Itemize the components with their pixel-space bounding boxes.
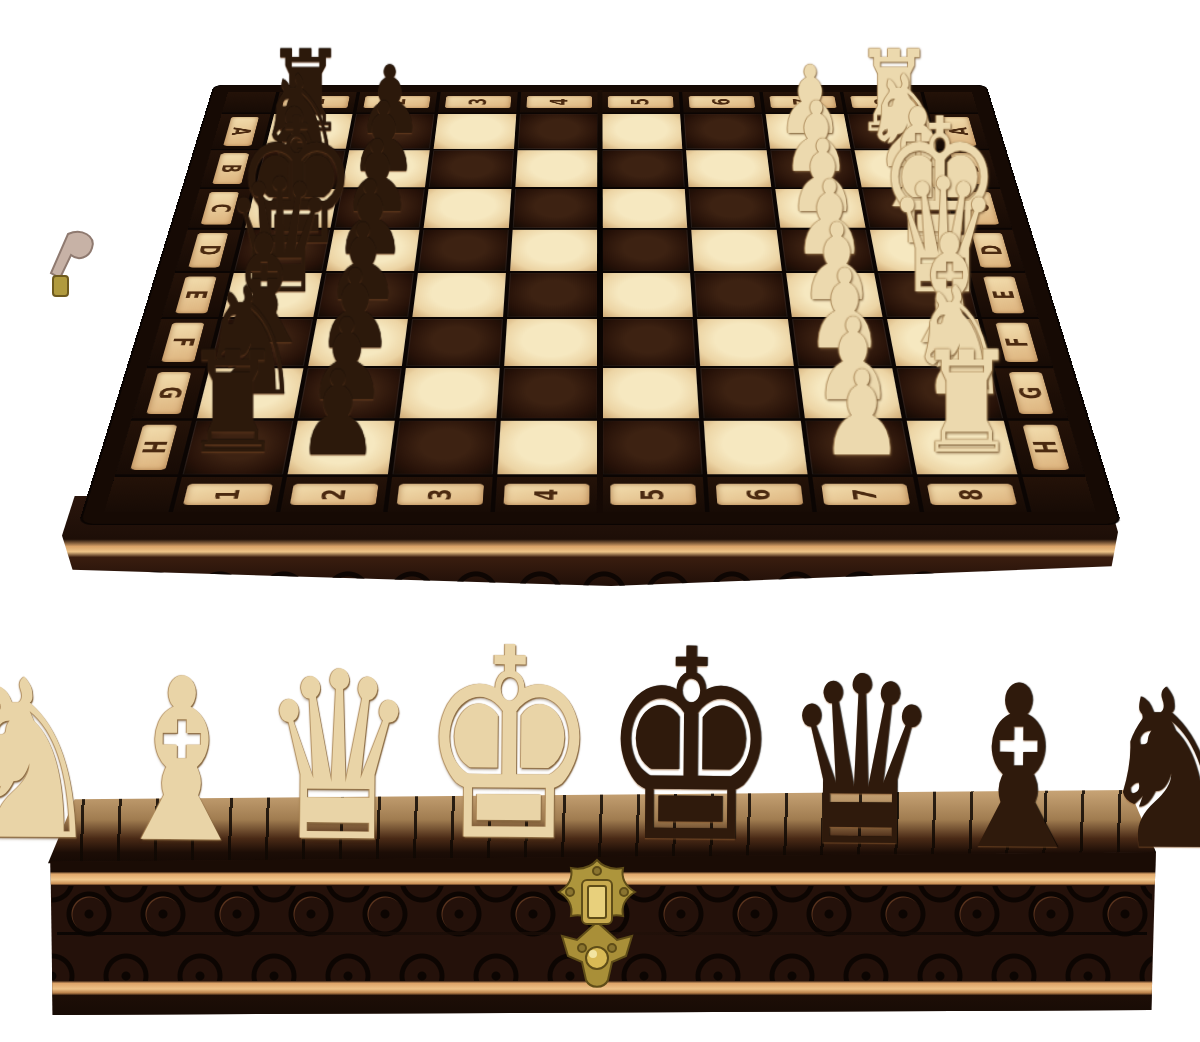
brass-clasp-icon <box>538 858 656 993</box>
rank-label-patch: 4 <box>503 484 589 505</box>
back-rank-label-5: 5 <box>602 92 680 113</box>
piece-dark-rook: ♜ <box>182 333 282 474</box>
lineup-white-knight: ♞ <box>0 661 104 864</box>
square-h2: ♟ <box>287 421 394 475</box>
square-h5 <box>602 421 703 475</box>
rank-label: 5 <box>638 489 668 501</box>
front-rank-label-2: 2 <box>280 477 387 512</box>
square-a6 <box>684 114 767 149</box>
square-a5 <box>602 114 683 149</box>
rank-label: 8 <box>956 489 989 501</box>
lineup-dark-knight: ♞ <box>1095 671 1200 874</box>
rank-label: 3 <box>466 99 490 106</box>
rank-label: 7 <box>850 489 882 501</box>
rank-label-patch: 5 <box>608 96 674 108</box>
piece-white-pawn: ♟ <box>812 356 912 474</box>
file-label: G <box>1015 387 1047 399</box>
rank-label: 6 <box>744 489 775 501</box>
square-e5 <box>602 273 693 317</box>
file-label: H <box>137 441 170 454</box>
square-b6 <box>686 150 771 187</box>
file-label: H <box>1030 441 1063 454</box>
back-rank-label-3: 3 <box>438 92 518 113</box>
front-rank-label-1: 1 <box>172 477 282 512</box>
square-c4 <box>513 189 598 228</box>
front-rank-label-4: 4 <box>495 477 598 512</box>
chessboard: 12345678A♜♟♟♜AB♞♟♟♞BC♝♟♟♝CD♚♟♟♚DE♛♟♟♛EF♝… <box>81 85 1119 523</box>
back-rank-label-4: 4 <box>520 92 598 113</box>
front-rank-label-5: 5 <box>602 477 705 512</box>
lineup-dark-bishop: ♝ <box>941 665 1095 873</box>
lineup-dark-queen: ♛ <box>781 656 941 871</box>
rank-label-patch: 3 <box>445 96 511 108</box>
square-b4 <box>515 150 598 187</box>
square-h1: ♜ <box>182 421 293 475</box>
rank-label: 1 <box>211 489 244 501</box>
square-f5 <box>602 319 696 366</box>
square-g4 <box>501 368 598 418</box>
frame-corner <box>1023 477 1096 512</box>
rank-label-patch: 6 <box>716 484 803 505</box>
rank-label: 2 <box>318 489 350 501</box>
rank-label-patch: 7 <box>822 484 911 505</box>
back-rank-label-6: 6 <box>682 92 762 113</box>
front-rank-label-7: 7 <box>813 477 920 512</box>
board-fold-seam <box>596 90 603 514</box>
square-d5 <box>602 230 690 271</box>
square-h7: ♟ <box>805 421 912 475</box>
rank-label-patch: 8 <box>927 484 1017 505</box>
square-c6 <box>689 189 777 228</box>
square-b5 <box>602 150 685 187</box>
piece-dark-pawn: ♟ <box>287 356 387 474</box>
square-b3 <box>429 150 514 187</box>
square-d4 <box>510 230 598 271</box>
square-c5 <box>602 189 687 228</box>
lineup-white-bishop: ♝ <box>104 657 258 865</box>
rank-label: 4 <box>548 99 571 106</box>
square-h3 <box>392 421 496 475</box>
square-g3 <box>399 368 499 418</box>
rank-label-patch: 2 <box>290 484 379 505</box>
square-g6 <box>700 368 800 418</box>
square-e6 <box>694 273 788 317</box>
piece-lineup: ♟♜♞♝♛♚♚♛♝♞♜♟ <box>43 611 1157 873</box>
lineup-dark-king: ♚ <box>600 625 781 869</box>
rank-label: 5 <box>629 99 652 106</box>
file-label: G <box>153 387 185 399</box>
lineup-white-king: ♚ <box>419 624 600 868</box>
rank-label: 4 <box>532 489 562 501</box>
metal-hasp-icon <box>38 228 102 314</box>
square-d3 <box>418 230 509 271</box>
rank-label-patch: 5 <box>610 484 696 505</box>
rank-label-patch: 4 <box>526 96 592 108</box>
lineup-white-queen: ♛ <box>259 651 419 866</box>
square-h6 <box>704 421 808 475</box>
right-file-label-H: H <box>1009 421 1085 475</box>
left-file-label-H: H <box>115 421 191 475</box>
square-f6 <box>697 319 794 366</box>
file-label-patch: H <box>1023 425 1070 470</box>
front-rank-label-6: 6 <box>707 477 812 512</box>
rank-label-patch: 3 <box>396 484 483 505</box>
square-f4 <box>504 319 598 366</box>
square-c3 <box>423 189 511 228</box>
square-a3 <box>433 114 516 149</box>
chess-set-product-photo: 12345678A♜♟♟♜AB♞♟♟♞BC♝♟♟♝CD♚♟♟♚DE♛♟♟♛EF♝… <box>0 0 1200 1042</box>
file-label-patch: H <box>130 425 177 470</box>
front-rank-label-8: 8 <box>918 477 1028 512</box>
front-rank-label-3: 3 <box>387 477 492 512</box>
rank-label: 3 <box>425 489 456 501</box>
piece-white-rook: ♜ <box>917 333 1017 474</box>
square-g5 <box>602 368 699 418</box>
square-e4 <box>507 273 598 317</box>
frame-corner <box>104 477 177 512</box>
square-d6 <box>691 230 782 271</box>
rank-label-patch: 1 <box>183 484 273 505</box>
square-h4 <box>497 421 598 475</box>
rank-label-patch: 6 <box>689 96 755 108</box>
rank-label: 6 <box>710 99 734 106</box>
square-e3 <box>412 273 506 317</box>
square-f3 <box>406 319 503 366</box>
square-h8: ♜ <box>907 421 1018 475</box>
square-a4 <box>518 114 599 149</box>
